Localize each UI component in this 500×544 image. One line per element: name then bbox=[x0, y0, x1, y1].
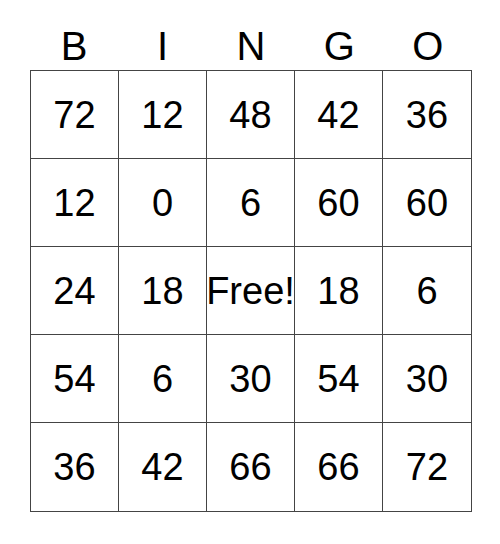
bingo-cell-r4c4[interactable]: 72 bbox=[383, 423, 471, 511]
bingo-cell-r3c0[interactable]: 54 bbox=[31, 335, 119, 423]
column-letter-n: N bbox=[237, 26, 266, 70]
column-letter-o: O bbox=[412, 26, 443, 70]
bingo-grid: 72 12 48 42 36 12 0 6 60 60 24 18 Free! … bbox=[30, 70, 472, 512]
bingo-cell-r0c0[interactable]: 72 bbox=[31, 71, 119, 159]
bingo-cell-r1c3[interactable]: 60 bbox=[295, 159, 383, 247]
bingo-cell-r2c0[interactable]: 24 bbox=[31, 247, 119, 335]
bingo-cell-r2c4[interactable]: 6 bbox=[383, 247, 471, 335]
bingo-cell-r1c0[interactable]: 12 bbox=[31, 159, 119, 247]
bingo-cell-r2c1[interactable]: 18 bbox=[119, 247, 207, 335]
bingo-cell-r4c3[interactable]: 66 bbox=[295, 423, 383, 511]
bingo-cell-r4c2[interactable]: 66 bbox=[207, 423, 295, 511]
bingo-board: B I N G O 72 12 48 42 36 12 0 6 60 60 24… bbox=[0, 0, 500, 544]
bingo-cell-r0c3[interactable]: 42 bbox=[295, 71, 383, 159]
bingo-cell-r1c1[interactable]: 0 bbox=[119, 159, 207, 247]
bingo-cell-r4c0[interactable]: 36 bbox=[31, 423, 119, 511]
bingo-cell-r0c4[interactable]: 36 bbox=[383, 71, 471, 159]
bingo-cell-r3c3[interactable]: 54 bbox=[295, 335, 383, 423]
bingo-cell-r3c2[interactable]: 30 bbox=[207, 335, 295, 423]
bingo-cell-r2c3[interactable]: 18 bbox=[295, 247, 383, 335]
column-letter-g: G bbox=[324, 26, 355, 70]
bingo-header: B I N G O bbox=[30, 0, 472, 70]
bingo-cell-r4c1[interactable]: 42 bbox=[119, 423, 207, 511]
bingo-cell-r0c1[interactable]: 12 bbox=[119, 71, 207, 159]
bingo-cell-r1c2[interactable]: 6 bbox=[207, 159, 295, 247]
bingo-cell-r1c4[interactable]: 60 bbox=[383, 159, 471, 247]
bingo-cell-r3c1[interactable]: 6 bbox=[119, 335, 207, 423]
bingo-cell-r3c4[interactable]: 30 bbox=[383, 335, 471, 423]
column-letter-i: I bbox=[157, 26, 168, 70]
free-cell[interactable]: Free! bbox=[207, 247, 295, 335]
bingo-cell-r0c2[interactable]: 48 bbox=[207, 71, 295, 159]
column-letter-b: B bbox=[61, 26, 88, 70]
